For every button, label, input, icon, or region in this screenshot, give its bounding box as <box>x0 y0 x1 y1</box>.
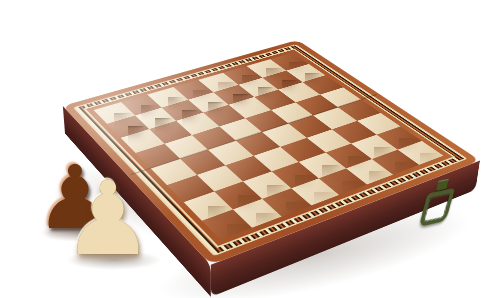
spare-light-pawn[interactable]: ♟ <box>58 168 158 270</box>
latch-loop-icon <box>419 188 456 227</box>
clasp-latch <box>420 177 457 223</box>
scene: ♜♞♝♛♚♝♞♜♟♟♟♟♟♟♟♟♟♟♟♟♟♟♟♟♜♞♝♛♚♝♞♜ ♟ ♟ <box>0 0 500 298</box>
